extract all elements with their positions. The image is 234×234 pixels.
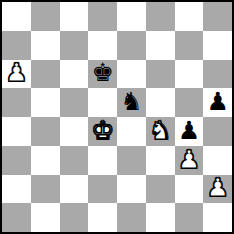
square-a3[interactable] bbox=[2, 146, 31, 175]
square-b6[interactable] bbox=[31, 60, 60, 89]
square-g4[interactable]: ♟ bbox=[175, 117, 204, 146]
square-d2[interactable] bbox=[88, 175, 117, 204]
square-c6[interactable] bbox=[60, 60, 89, 89]
square-e1[interactable] bbox=[117, 203, 146, 232]
square-c2[interactable] bbox=[60, 175, 89, 204]
square-e2[interactable] bbox=[117, 175, 146, 204]
square-c8[interactable] bbox=[60, 2, 89, 31]
square-f3[interactable] bbox=[146, 146, 175, 175]
piece-black-pawn: ♟ bbox=[206, 89, 228, 114]
square-c3[interactable] bbox=[60, 146, 89, 175]
square-b1[interactable] bbox=[31, 203, 60, 232]
square-h1[interactable] bbox=[203, 203, 232, 232]
square-d7[interactable] bbox=[88, 31, 117, 60]
square-c1[interactable] bbox=[60, 203, 89, 232]
piece-white-pawn: ♟ bbox=[178, 147, 200, 172]
square-c5[interactable] bbox=[60, 88, 89, 117]
square-f2[interactable] bbox=[146, 175, 175, 204]
square-h2[interactable]: ♟ bbox=[203, 175, 232, 204]
square-b3[interactable] bbox=[31, 146, 60, 175]
square-a4[interactable] bbox=[2, 117, 31, 146]
square-f8[interactable] bbox=[146, 2, 175, 31]
square-g8[interactable] bbox=[175, 2, 204, 31]
square-g6[interactable] bbox=[175, 60, 204, 89]
square-d3[interactable] bbox=[88, 146, 117, 175]
square-e5[interactable]: ♞ bbox=[117, 88, 146, 117]
square-c4[interactable] bbox=[60, 117, 89, 146]
square-b7[interactable] bbox=[31, 31, 60, 60]
chessboard: ♟♚♞♟♚♞♟♟♟ bbox=[0, 0, 234, 234]
square-e7[interactable] bbox=[117, 31, 146, 60]
piece-black-knight: ♞ bbox=[120, 89, 142, 114]
square-g5[interactable] bbox=[175, 88, 204, 117]
piece-white-king: ♚ bbox=[91, 118, 113, 143]
square-e3[interactable] bbox=[117, 146, 146, 175]
piece-white-pawn: ♟ bbox=[206, 175, 228, 200]
piece-black-pawn: ♟ bbox=[178, 118, 200, 143]
square-f6[interactable] bbox=[146, 60, 175, 89]
square-b2[interactable] bbox=[31, 175, 60, 204]
chess-diagram: ♟♚♞♟♚♞♟♟♟ bbox=[0, 0, 234, 234]
square-d4[interactable]: ♚ bbox=[88, 117, 117, 146]
square-d5[interactable] bbox=[88, 88, 117, 117]
square-g2[interactable] bbox=[175, 175, 204, 204]
square-g1[interactable] bbox=[175, 203, 204, 232]
square-f5[interactable] bbox=[146, 88, 175, 117]
square-b4[interactable] bbox=[31, 117, 60, 146]
square-e6[interactable] bbox=[117, 60, 146, 89]
square-h5[interactable]: ♟ bbox=[203, 88, 232, 117]
square-h8[interactable] bbox=[203, 2, 232, 31]
piece-white-pawn: ♟ bbox=[5, 60, 27, 85]
square-c7[interactable] bbox=[60, 31, 89, 60]
square-d6[interactable]: ♚ bbox=[88, 60, 117, 89]
square-g7[interactable] bbox=[175, 31, 204, 60]
square-a6[interactable]: ♟ bbox=[2, 60, 31, 89]
square-a1[interactable] bbox=[2, 203, 31, 232]
square-d8[interactable] bbox=[88, 2, 117, 31]
piece-black-king: ♚ bbox=[91, 60, 113, 85]
square-b5[interactable] bbox=[31, 88, 60, 117]
piece-white-knight: ♞ bbox=[149, 118, 171, 143]
square-e4[interactable] bbox=[117, 117, 146, 146]
square-a5[interactable] bbox=[2, 88, 31, 117]
square-f1[interactable] bbox=[146, 203, 175, 232]
square-d1[interactable] bbox=[88, 203, 117, 232]
square-a8[interactable] bbox=[2, 2, 31, 31]
square-h3[interactable] bbox=[203, 146, 232, 175]
square-a7[interactable] bbox=[2, 31, 31, 60]
square-e8[interactable] bbox=[117, 2, 146, 31]
square-f4[interactable]: ♞ bbox=[146, 117, 175, 146]
square-h4[interactable] bbox=[203, 117, 232, 146]
square-g3[interactable]: ♟ bbox=[175, 146, 204, 175]
square-h6[interactable] bbox=[203, 60, 232, 89]
square-a2[interactable] bbox=[2, 175, 31, 204]
square-f7[interactable] bbox=[146, 31, 175, 60]
square-b8[interactable] bbox=[31, 2, 60, 31]
square-h7[interactable] bbox=[203, 31, 232, 60]
